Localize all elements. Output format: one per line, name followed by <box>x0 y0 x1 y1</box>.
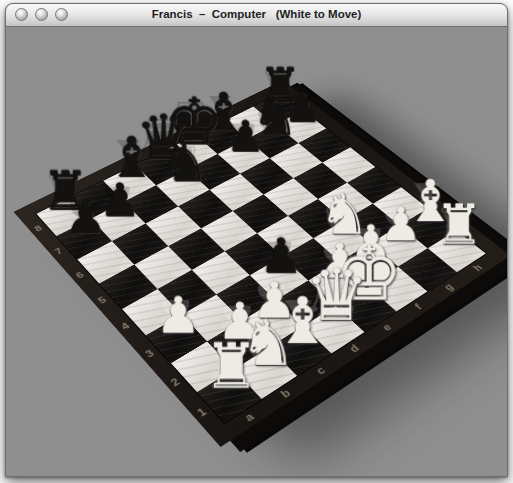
window-titlebar[interactable]: Francis – Computer (White to Move) <box>6 4 507 27</box>
square-f6[interactable] <box>240 158 293 194</box>
white-rook-a1[interactable]: ♜ <box>203 336 259 398</box>
black-pawn-f7[interactable]: ♟ <box>226 115 264 158</box>
square-a1[interactable]: ♜♜ <box>197 370 261 423</box>
rank-label-6: 6 <box>70 268 89 282</box>
rank-label-8: 8 <box>28 222 46 235</box>
rank-label-3: 3 <box>139 345 159 361</box>
rank-label-7: 7 <box>49 244 68 257</box>
board-frame: ♜♜♝♝♛♛♚♚♝♝♜♜♟♟♟♟♞♞♟♟♞♞♟♟♟♟♟♟♞♞♟♟♟♟♟♟♟♟♟♟… <box>13 80 507 447</box>
rank-label-5: 5 <box>92 293 111 308</box>
black-pawn-a7[interactable]: ♟ <box>64 194 106 240</box>
rank-label-4: 4 <box>115 319 135 334</box>
rank-label-2: 2 <box>164 374 185 391</box>
window-title: Francis – Computer (White to Move) <box>6 4 507 26</box>
board-scene: ♜♜♝♝♛♛♚♚♝♝♜♜♟♟♟♟♞♞♟♟♞♞♟♟♟♟♟♟♞♞♟♟♟♟♟♟♟♟♟♟… <box>6 26 507 476</box>
white-pawn-a3[interactable]: ♟ <box>155 290 200 341</box>
black-knight-d7[interactable]: ♞ <box>160 136 208 190</box>
window-content: ♜♜♝♝♛♛♚♚♝♝♜♜♟♟♟♟♞♞♟♟♞♞♟♟♟♟♟♟♞♞♟♟♟♟♟♟♟♟♟♟… <box>6 26 507 476</box>
chess-board[interactable]: ♜♜♝♝♛♛♚♚♝♝♜♜♟♟♟♟♞♞♟♟♞♞♟♟♟♟♟♟♞♞♟♟♟♟♟♟♟♟♟♟… <box>36 93 485 423</box>
chess-app-window[interactable]: Francis – Computer (White to Move) ♜♜♝♝♛… <box>5 3 508 477</box>
screenshot-stage: Francis – Computer (White to Move) ♜♜♝♝♛… <box>0 0 513 483</box>
square-h1[interactable]: ♜♜ <box>427 230 485 272</box>
white-rook-h1[interactable]: ♜ <box>434 198 483 253</box>
